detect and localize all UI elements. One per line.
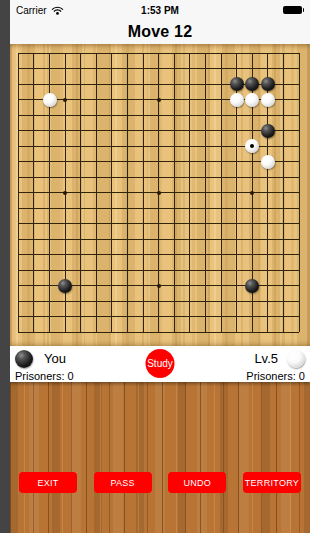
status-bar: Carrier 1:53 PM <box>10 0 310 20</box>
exit-button[interactable]: EXIT <box>19 472 77 493</box>
white-stone-C16 <box>43 93 57 107</box>
black-player-name: You <box>44 351 66 366</box>
grid-line-h <box>18 270 299 271</box>
star-point <box>63 98 67 102</box>
info-bar: You Prisoners: 0 Study Lv.5 Prisoners: 0 <box>10 346 310 382</box>
territory-button[interactable]: TERRITORY <box>243 472 301 493</box>
white-stone-P16 <box>230 93 244 107</box>
grid-line-h <box>18 316 299 317</box>
grid-line-v <box>205 53 206 332</box>
black-stone-icon <box>15 350 33 368</box>
white-stone-icon <box>287 350 305 368</box>
star-point <box>63 191 67 195</box>
white-stone-R12 <box>261 155 275 169</box>
white-player-panel: Lv.5 Prisoners: 0 <box>246 349 305 382</box>
battery-icon <box>283 6 304 14</box>
black-stone-R14 <box>261 124 275 138</box>
grid-line-h <box>18 332 299 333</box>
carrier-label: Carrier <box>16 5 47 16</box>
black-stone-R17 <box>261 77 275 91</box>
white-stone-Q13 <box>245 139 259 153</box>
white-stone-Q16 <box>245 93 259 107</box>
grid-line-v <box>283 53 284 332</box>
star-point <box>157 191 161 195</box>
grid-line-h <box>18 239 299 240</box>
black-prisoners-label: Prisoners: 0 <box>15 370 74 382</box>
page-title: Move 12 <box>128 23 193 41</box>
wood-floor: EXIT PASS UNDO TERRITORY <box>10 382 310 533</box>
black-stone-D4 <box>58 279 72 293</box>
grid-line-h <box>18 301 299 302</box>
white-player-name: Lv.5 <box>254 351 278 366</box>
grid-line-h <box>18 254 299 255</box>
grid-line-h <box>18 208 299 209</box>
grid-line-v <box>299 53 300 332</box>
go-board[interactable] <box>10 44 310 346</box>
white-prisoners-label: Prisoners: 0 <box>246 370 305 382</box>
nav-bar: Move 12 <box>10 20 310 44</box>
grid-line-h <box>18 223 299 224</box>
grid-line-v <box>174 53 175 332</box>
white-stone-R16 <box>261 93 275 107</box>
study-button[interactable]: Study <box>146 349 175 378</box>
star-point <box>157 98 161 102</box>
grid-line-v <box>221 53 222 332</box>
black-stone-Q4 <box>245 279 259 293</box>
pass-button[interactable]: PASS <box>94 472 152 493</box>
star-point <box>250 191 254 195</box>
grid-line-v <box>189 53 190 332</box>
black-stone-P17 <box>230 77 244 91</box>
header: Carrier 1:53 PM Move 12 <box>10 0 310 44</box>
star-point <box>157 284 161 288</box>
wifi-icon <box>51 5 64 15</box>
undo-button[interactable]: UNDO <box>168 472 226 493</box>
last-move-marker <box>250 144 254 148</box>
black-stone-Q17 <box>245 77 259 91</box>
controls-row: EXIT PASS UNDO TERRITORY <box>10 472 310 493</box>
app-screen: Carrier 1:53 PM Move 12 You Prisoners: <box>10 0 310 533</box>
black-player-panel: You Prisoners: 0 <box>15 349 74 382</box>
